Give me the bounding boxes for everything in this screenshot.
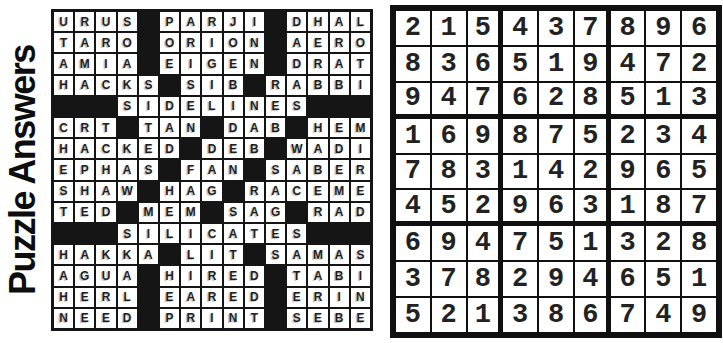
crossword-letter-cell: N [244, 53, 265, 74]
crossword-letter-cell: D [223, 117, 244, 138]
sudoku-cell: 1 [538, 46, 574, 82]
crossword-letter-cell: D [286, 11, 307, 32]
crossword-letter-cell: I [350, 75, 371, 96]
crossword-letter-cell: M [138, 202, 159, 223]
sudoku-cell: 7 [681, 189, 717, 225]
sudoku-cell: 6 [610, 261, 646, 297]
sudoku-cell: 4 [681, 118, 717, 154]
crossword-letter-cell: I [329, 287, 350, 308]
sudoku-cell: 9 [502, 189, 538, 225]
crossword-letter-cell: U [95, 265, 116, 286]
crossword-letter-cell: B [244, 138, 265, 159]
crossword-black-cell [53, 223, 74, 244]
sudoku-cell: 9 [467, 118, 503, 154]
crossword-black-cell [138, 265, 159, 286]
crossword-letter-cell: S [286, 96, 307, 117]
crossword-letter-cell: E [95, 308, 116, 329]
crossword-letter-cell: I [138, 96, 159, 117]
sudoku-cell: 4 [574, 261, 610, 297]
crossword-letter-cell: E [159, 287, 180, 308]
crossword-letter-cell: A [307, 265, 328, 286]
crossword-black-cell [138, 53, 159, 74]
sudoku-cell: 1 [645, 82, 681, 118]
crossword-black-cell [286, 117, 307, 138]
crossword-letter-cell: A [117, 265, 138, 286]
sudoku-cell: 6 [502, 82, 538, 118]
sudoku-cell: 6 [538, 189, 574, 225]
crossword-letter-cell: C [95, 75, 116, 96]
sudoku-cell: 1 [574, 225, 610, 261]
crossword-black-cell [138, 32, 159, 53]
sudoku-cell: 2 [574, 154, 610, 190]
sudoku-cell: 1 [681, 261, 717, 297]
crossword-letter-cell: B [307, 159, 328, 180]
crossword-letter-cell: E [223, 138, 244, 159]
crossword-letter-cell: A [74, 32, 95, 53]
sudoku-cell: 3 [467, 154, 503, 190]
crossword-black-cell [265, 11, 286, 32]
sudoku-cell: 7 [467, 82, 503, 118]
crossword-letter-cell: L [159, 223, 180, 244]
sudoku-cell: 1 [467, 297, 503, 333]
sudoku-cell: 4 [431, 82, 467, 118]
crossword-letter-cell: A [286, 159, 307, 180]
crossword-letter-cell: M [307, 244, 328, 265]
crossword-letter-cell: A [53, 53, 74, 74]
sudoku-cell: 6 [395, 225, 431, 261]
sudoku-cell: 5 [395, 297, 431, 333]
sudoku-cell: 1 [395, 118, 431, 154]
crossword-letter-cell: I [201, 244, 222, 265]
crossword-letter-cell: A [138, 244, 159, 265]
sudoku-cell: 6 [574, 297, 610, 333]
crossword-letter-cell: B [223, 75, 244, 96]
crossword-black-cell [307, 96, 328, 117]
crossword-letter-cell: E [223, 265, 244, 286]
crossword-black-cell [53, 96, 74, 117]
sudoku-cell: 7 [395, 154, 431, 190]
sudoku-cell: 7 [574, 10, 610, 46]
crossword-letter-cell: E [74, 202, 95, 223]
crossword-letter-cell: E [159, 202, 180, 223]
sudoku-cell: 5 [645, 261, 681, 297]
crossword-letter-cell: S [53, 181, 74, 202]
sudoku-cell: 7 [502, 225, 538, 261]
crossword-letter-cell: R [201, 11, 222, 32]
sudoku-cell: 8 [681, 225, 717, 261]
crossword-letter-cell: E [53, 159, 74, 180]
crossword-letter-cell: E [223, 53, 244, 74]
crossword-letter-cell: M [350, 117, 371, 138]
crossword-letter-cell: D [117, 308, 138, 329]
crossword-black-cell [159, 75, 180, 96]
crossword-letter-cell: E [180, 96, 201, 117]
crossword-letter-cell: I [350, 265, 371, 286]
crossword-letter-cell: E [307, 32, 328, 53]
page-title: Puzzle Answers [2, 8, 44, 332]
crossword-letter-cell: I [95, 53, 116, 74]
crossword-letter-cell: R [180, 32, 201, 53]
crossword-letter-cell: I [201, 32, 222, 53]
crossword-letter-cell: L [201, 96, 222, 117]
crossword-letter-cell: D [244, 287, 265, 308]
sudoku-cell: 6 [431, 118, 467, 154]
crossword-black-cell [350, 96, 371, 117]
crossword-letter-cell: A [244, 202, 265, 223]
crossword-black-cell [265, 138, 286, 159]
crossword-letter-cell: I [138, 223, 159, 244]
crossword-letter-cell: N [350, 287, 371, 308]
crossword-letter-cell: E [159, 53, 180, 74]
crossword-letter-cell: R [95, 287, 116, 308]
sudoku-cell: 1 [431, 10, 467, 46]
crossword-letter-cell: N [180, 117, 201, 138]
crossword-black-cell [95, 96, 116, 117]
crossword-letter-cell: H [53, 138, 74, 159]
crossword-letter-cell: A [223, 223, 244, 244]
crossword-black-cell [265, 53, 286, 74]
crossword-letter-cell: N [244, 96, 265, 117]
crossword-letter-cell: K [117, 138, 138, 159]
crossword-letter-cell: E [329, 117, 350, 138]
crossword-letter-cell: T [223, 244, 244, 265]
crossword-letter-cell: L [350, 11, 371, 32]
sudoku-cell: 8 [502, 118, 538, 154]
crossword-letter-cell: A [244, 117, 265, 138]
sudoku-cell: 8 [610, 10, 646, 46]
crossword-letter-cell: E [74, 308, 95, 329]
crossword-letter-cell: A [286, 32, 307, 53]
sudoku-cell: 2 [538, 82, 574, 118]
sudoku-cell: 5 [681, 154, 717, 190]
sudoku-cell: 8 [538, 297, 574, 333]
crossword-letter-cell: O [117, 32, 138, 53]
crossword-letter-cell: T [53, 32, 74, 53]
crossword-letter-cell: M [74, 53, 95, 74]
crossword-letter-cell: N [223, 308, 244, 329]
crossword-letter-cell: K [117, 244, 138, 265]
crossword-letter-cell: A [117, 159, 138, 180]
crossword-letter-cell: D [329, 138, 350, 159]
sudoku-cell: 1 [610, 189, 646, 225]
sudoku-cell: 2 [681, 46, 717, 82]
crossword-letter-cell: L [117, 287, 138, 308]
crossword-letter-cell: G [201, 181, 222, 202]
crossword-letter-cell: H [53, 75, 74, 96]
crossword-letter-cell: I [244, 11, 265, 32]
crossword-black-cell [286, 202, 307, 223]
crossword-letter-cell: R [201, 287, 222, 308]
crossword-black-cell [329, 96, 350, 117]
crossword-letter-cell: E [265, 223, 286, 244]
crossword-letter-cell: N [223, 159, 244, 180]
sudoku-cell: 1 [502, 154, 538, 190]
sudoku-cell: 3 [645, 118, 681, 154]
sudoku-cell: 8 [574, 82, 610, 118]
sudoku-cell: 4 [467, 225, 503, 261]
crossword-letter-cell: K [117, 75, 138, 96]
crossword-letter-cell: A [286, 75, 307, 96]
crossword-letter-cell: A [286, 244, 307, 265]
crossword-letter-cell: A [265, 181, 286, 202]
crossword-letter-cell: G [265, 202, 286, 223]
crossword-letter-cell: S [350, 244, 371, 265]
crossword-black-cell [307, 223, 328, 244]
sudoku-cell: 8 [645, 189, 681, 225]
sudoku-cell: 8 [467, 261, 503, 297]
crossword-letter-cell: C [201, 223, 222, 244]
crossword-letter-cell: U [95, 11, 116, 32]
crossword-letter-cell: A [201, 159, 222, 180]
crossword-letter-cell: S [265, 244, 286, 265]
sudoku-cell: 4 [645, 297, 681, 333]
crossword-black-cell [117, 202, 138, 223]
crossword-letter-cell: S [223, 202, 244, 223]
crossword-letter-cell: R [350, 159, 371, 180]
crossword-letter-cell: I [201, 308, 222, 329]
crossword-letter-cell: H [159, 181, 180, 202]
crossword-answer-grid: URUSPARJIDHALTAROORIONAEROAMIAEIGENDRATH… [51, 9, 373, 331]
crossword-letter-cell: I [223, 96, 244, 117]
sudoku-cell: 4 [610, 46, 646, 82]
crossword-letter-cell: A [180, 181, 201, 202]
crossword-letter-cell: D [350, 202, 371, 223]
crossword-letter-cell: N [53, 308, 74, 329]
crossword-black-cell [138, 181, 159, 202]
crossword-letter-cell: S [117, 96, 138, 117]
crossword-letter-cell: A [329, 202, 350, 223]
crossword-letter-cell: E [307, 308, 328, 329]
crossword-letter-cell: E [138, 138, 159, 159]
sudoku-cell: 5 [467, 10, 503, 46]
sudoku-cell: 5 [574, 118, 610, 154]
crossword-letter-cell: I [180, 223, 201, 244]
crossword-letter-cell: D [286, 53, 307, 74]
crossword-black-cell [138, 308, 159, 329]
crossword-letter-cell: H [74, 181, 95, 202]
crossword-letter-cell: T [244, 223, 265, 244]
crossword-letter-cell: A [329, 11, 350, 32]
crossword-letter-cell: B [307, 75, 328, 96]
sudoku-answer-grid: 2154378968365194729476285131698752347831… [390, 5, 722, 338]
sudoku-cell: 7 [431, 261, 467, 297]
crossword-letter-cell: O [223, 32, 244, 53]
crossword-black-cell [74, 96, 95, 117]
sudoku-cell: 6 [467, 46, 503, 82]
crossword-letter-cell: H [307, 11, 328, 32]
crossword-letter-cell: M [180, 202, 201, 223]
crossword-black-cell [244, 244, 265, 265]
crossword-letter-cell: S [286, 308, 307, 329]
crossword-letter-cell: J [223, 11, 244, 32]
crossword-black-cell [159, 159, 180, 180]
sudoku-cell: 7 [610, 297, 646, 333]
sudoku-cell: 9 [645, 10, 681, 46]
crossword-letter-cell: W [117, 181, 138, 202]
sudoku-cell: 9 [574, 46, 610, 82]
crossword-black-cell [138, 11, 159, 32]
crossword-letter-cell: R [307, 202, 328, 223]
sudoku-cell: 6 [645, 154, 681, 190]
crossword-black-cell [201, 117, 222, 138]
crossword-letter-cell: S [286, 223, 307, 244]
sudoku-cell: 7 [538, 118, 574, 154]
sudoku-cell: 3 [395, 261, 431, 297]
crossword-letter-cell: I [350, 138, 371, 159]
puzzle-answers-page: Puzzle Answers URUSPARJIDHALTAROORIONAER… [0, 0, 723, 343]
crossword-letter-cell: R [74, 117, 95, 138]
crossword-letter-cell: D [159, 96, 180, 117]
crossword-letter-cell: P [159, 11, 180, 32]
crossword-letter-cell: S [138, 159, 159, 180]
crossword-letter-cell: D [201, 138, 222, 159]
crossword-letter-cell: A [74, 244, 95, 265]
crossword-letter-cell: C [53, 117, 74, 138]
crossword-letter-cell: H [95, 159, 116, 180]
crossword-letter-cell: T [95, 117, 116, 138]
crossword-letter-cell: D [159, 138, 180, 159]
sudoku-cell: 5 [538, 225, 574, 261]
sudoku-cell: 7 [645, 46, 681, 82]
crossword-letter-cell: G [201, 53, 222, 74]
crossword-letter-cell: S [117, 11, 138, 32]
crossword-letter-cell: T [138, 117, 159, 138]
crossword-letter-cell: E [286, 287, 307, 308]
crossword-letter-cell: S [117, 223, 138, 244]
sudoku-cell: 2 [610, 118, 646, 154]
sudoku-cell: 4 [395, 189, 431, 225]
sudoku-cell: 5 [502, 46, 538, 82]
sudoku-cell: 5 [610, 82, 646, 118]
sudoku-cell: 2 [395, 10, 431, 46]
sudoku-cell: 3 [574, 189, 610, 225]
sudoku-cell: 2 [431, 297, 467, 333]
sudoku-cell: 6 [681, 10, 717, 46]
crossword-letter-cell: A [95, 181, 116, 202]
crossword-letter-cell: H [159, 265, 180, 286]
crossword-letter-cell: T [53, 202, 74, 223]
crossword-letter-cell: O [159, 32, 180, 53]
crossword-letter-cell: P [74, 159, 95, 180]
crossword-letter-cell: O [350, 32, 371, 53]
crossword-letter-cell: T [350, 53, 371, 74]
crossword-letter-cell: R [95, 32, 116, 53]
sudoku-cell: 4 [502, 10, 538, 46]
crossword-letter-cell: R [329, 32, 350, 53]
crossword-letter-cell: R [307, 287, 328, 308]
sudoku-cell: 2 [645, 225, 681, 261]
sudoku-cell: 9 [610, 154, 646, 190]
crossword-letter-cell: E [329, 159, 350, 180]
sudoku-cell: 2 [467, 189, 503, 225]
sudoku-cell: 9 [431, 225, 467, 261]
crossword-letter-cell: E [223, 287, 244, 308]
sudoku-cell: 9 [395, 82, 431, 118]
crossword-letter-cell: E [350, 308, 371, 329]
crossword-letter-cell: A [329, 53, 350, 74]
crossword-letter-cell: R [307, 53, 328, 74]
crossword-letter-cell: C [286, 181, 307, 202]
crossword-letter-cell: A [117, 53, 138, 74]
crossword-letter-cell: A [53, 265, 74, 286]
crossword-black-cell [74, 223, 95, 244]
crossword-letter-cell: G [74, 265, 95, 286]
crossword-letter-cell: R [74, 11, 95, 32]
crossword-black-cell [350, 223, 371, 244]
crossword-black-cell [223, 181, 244, 202]
sudoku-cell: 8 [431, 154, 467, 190]
crossword-letter-cell: D [95, 202, 116, 223]
crossword-letter-cell: E [265, 96, 286, 117]
crossword-black-cell [329, 223, 350, 244]
crossword-letter-cell: S [180, 75, 201, 96]
crossword-letter-cell: N [244, 32, 265, 53]
crossword-black-cell [265, 308, 286, 329]
sudoku-cell: 3 [681, 82, 717, 118]
sudoku-cell: 3 [502, 297, 538, 333]
crossword-black-cell [265, 287, 286, 308]
crossword-letter-cell: F [180, 159, 201, 180]
sudoku-cell: 8 [395, 46, 431, 82]
crossword-letter-cell: K [95, 244, 116, 265]
crossword-black-cell [117, 117, 138, 138]
crossword-letter-cell: B [329, 265, 350, 286]
crossword-black-cell [265, 265, 286, 286]
sudoku-cell: 9 [538, 261, 574, 297]
crossword-letter-cell: A [329, 244, 350, 265]
crossword-letter-cell: D [244, 265, 265, 286]
crossword-letter-cell: L [180, 244, 201, 265]
crossword-letter-cell: A [307, 138, 328, 159]
crossword-letter-cell: I [180, 265, 201, 286]
crossword-letter-cell: H [307, 117, 328, 138]
sudoku-cell: 5 [431, 189, 467, 225]
sudoku-cell: 3 [610, 225, 646, 261]
crossword-black-cell [95, 223, 116, 244]
crossword-letter-cell: R [180, 308, 201, 329]
crossword-letter-cell: B [329, 308, 350, 329]
crossword-letter-cell: A [180, 11, 201, 32]
crossword-black-cell [180, 138, 201, 159]
crossword-letter-cell: T [244, 308, 265, 329]
crossword-letter-cell: P [159, 308, 180, 329]
sudoku-cell: 4 [538, 154, 574, 190]
crossword-letter-cell: R [244, 181, 265, 202]
crossword-letter-cell: A [180, 287, 201, 308]
crossword-letter-cell: A [159, 117, 180, 138]
crossword-letter-cell: W [286, 138, 307, 159]
crossword-letter-cell: H [53, 244, 74, 265]
crossword-black-cell [201, 202, 222, 223]
crossword-letter-cell: H [53, 287, 74, 308]
sudoku-cell: 3 [431, 46, 467, 82]
crossword-letter-cell: A [74, 75, 95, 96]
crossword-letter-cell: T [286, 265, 307, 286]
crossword-letter-cell: I [201, 75, 222, 96]
crossword-black-cell [159, 244, 180, 265]
crossword-black-cell [265, 32, 286, 53]
crossword-letter-cell: A [74, 138, 95, 159]
crossword-letter-cell: E [307, 181, 328, 202]
crossword-letter-cell: R [201, 265, 222, 286]
crossword-letter-cell: C [95, 138, 116, 159]
crossword-letter-cell: M [329, 181, 350, 202]
crossword-letter-cell: B [265, 117, 286, 138]
crossword-black-cell [138, 287, 159, 308]
crossword-black-cell [244, 159, 265, 180]
crossword-black-cell [244, 75, 265, 96]
sudoku-cell: 2 [502, 261, 538, 297]
